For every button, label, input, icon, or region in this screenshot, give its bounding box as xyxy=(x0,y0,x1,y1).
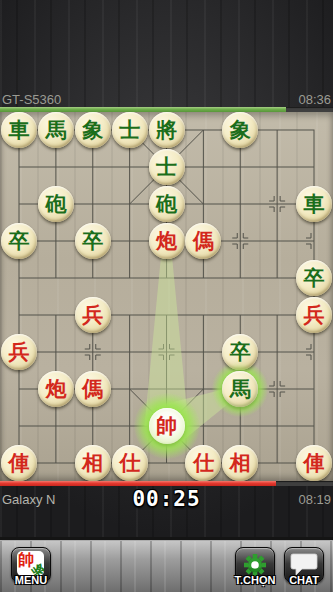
piece-character: 仕 xyxy=(112,445,148,481)
move-timer: 00:25 xyxy=(0,487,333,511)
piece-red-帥[interactable]: 帥 xyxy=(149,408,185,444)
piece-black-士[interactable]: 士 xyxy=(149,149,185,185)
piece-character: 象 xyxy=(75,112,111,148)
piece-character: 兵 xyxy=(1,334,37,370)
piece-character: 卒 xyxy=(1,223,37,259)
piece-red-相[interactable]: 相 xyxy=(222,445,258,481)
piece-red-俥[interactable]: 俥 xyxy=(1,445,37,481)
options-button[interactable]: T.CHỌN xyxy=(231,547,279,586)
app-screen: GT-S5360 08:36 車馬象士將象士砲砲車卒卒炮傌卒兵兵兵卒炮傌馬帥俥相… xyxy=(0,0,333,592)
piece-black-卒[interactable]: 卒 xyxy=(222,334,258,370)
piece-character: 帥 xyxy=(149,408,185,444)
piece-character: 砲 xyxy=(38,186,74,222)
piece-character: 俥 xyxy=(1,445,37,481)
opponent-clock: 08:36 xyxy=(298,92,331,107)
piece-red-兵[interactable]: 兵 xyxy=(296,297,332,333)
piece-character: 相 xyxy=(75,445,111,481)
piece-black-車[interactable]: 車 xyxy=(296,186,332,222)
bottom-status-bar: Galaxy N 00:25 08:19 xyxy=(0,487,333,511)
piece-black-砲[interactable]: 砲 xyxy=(149,186,185,222)
piece-red-傌[interactable]: 傌 xyxy=(75,371,111,407)
piece-red-仕[interactable]: 仕 xyxy=(185,445,221,481)
piece-character: 士 xyxy=(149,149,185,185)
piece-character: 馬 xyxy=(38,112,74,148)
device-label: GT-S5360 xyxy=(2,92,61,107)
player-time-progress xyxy=(0,481,333,486)
piece-character: 炮 xyxy=(38,371,74,407)
piece-red-傌[interactable]: 傌 xyxy=(185,223,221,259)
xiangqi-board[interactable]: 車馬象士將象士砲砲車卒卒炮傌卒兵兵兵卒炮傌馬帥俥相仕仕相俥 xyxy=(0,112,333,481)
piece-black-士[interactable]: 士 xyxy=(112,112,148,148)
piece-red-相[interactable]: 相 xyxy=(75,445,111,481)
piece-black-車[interactable]: 車 xyxy=(1,112,37,148)
piece-character: 俥 xyxy=(296,445,332,481)
piece-character: 仕 xyxy=(185,445,221,481)
piece-character: 兵 xyxy=(75,297,111,333)
piece-black-砲[interactable]: 砲 xyxy=(38,186,74,222)
player-time-progress-fill xyxy=(0,481,276,486)
piece-character: 士 xyxy=(112,112,148,148)
piece-character: 傌 xyxy=(75,371,111,407)
piece-character: 兵 xyxy=(296,297,332,333)
piece-black-卒[interactable]: 卒 xyxy=(296,260,332,296)
piece-red-兵[interactable]: 兵 xyxy=(75,297,111,333)
piece-black-象[interactable]: 象 xyxy=(222,112,258,148)
options-button-label: T.CHỌN xyxy=(231,574,279,586)
piece-character: 炮 xyxy=(149,223,185,259)
piece-character: 砲 xyxy=(149,186,185,222)
piece-character: 卒 xyxy=(222,334,258,370)
piece-character: 象 xyxy=(222,112,258,148)
piece-black-將[interactable]: 將 xyxy=(149,112,185,148)
menu-button-label: MENU xyxy=(7,574,55,586)
piece-character: 馬 xyxy=(222,371,258,407)
piece-black-馬[interactable]: 馬 xyxy=(222,371,258,407)
piece-character: 車 xyxy=(1,112,37,148)
piece-red-炮[interactable]: 炮 xyxy=(38,371,74,407)
piece-red-炮[interactable]: 炮 xyxy=(149,223,185,259)
piece-red-兵[interactable]: 兵 xyxy=(1,334,37,370)
piece-character: 車 xyxy=(296,186,332,222)
toolbar: 帥 將 MENU T.CH xyxy=(0,540,333,592)
piece-black-象[interactable]: 象 xyxy=(75,112,111,148)
piece-character: 傌 xyxy=(185,223,221,259)
chat-button[interactable]: CHAT xyxy=(281,547,327,586)
piece-black-馬[interactable]: 馬 xyxy=(38,112,74,148)
piece-red-俥[interactable]: 俥 xyxy=(296,445,332,481)
chat-button-label: CHAT xyxy=(281,574,327,586)
top-status-bar: GT-S5360 08:36 xyxy=(0,92,333,108)
piece-red-仕[interactable]: 仕 xyxy=(112,445,148,481)
piece-black-卒[interactable]: 卒 xyxy=(75,223,111,259)
player-clock: 08:19 xyxy=(298,492,331,507)
piece-character: 卒 xyxy=(296,260,332,296)
piece-character: 卒 xyxy=(75,223,111,259)
piece-black-卒[interactable]: 卒 xyxy=(1,223,37,259)
piece-character: 將 xyxy=(149,112,185,148)
piece-character: 相 xyxy=(222,445,258,481)
menu-button[interactable]: 帥 將 MENU xyxy=(7,547,55,586)
